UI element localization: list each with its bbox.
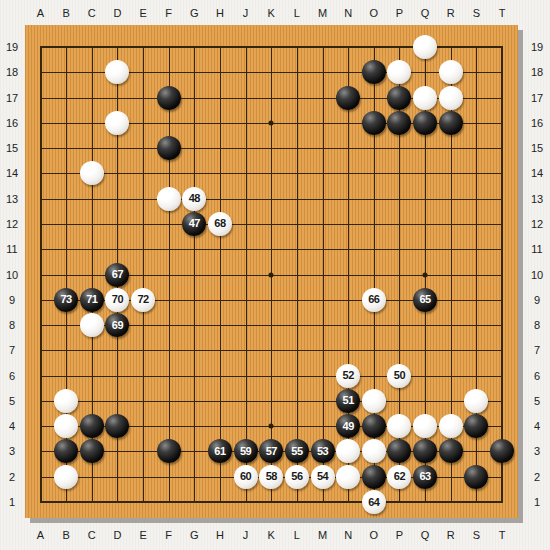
black-stone (464, 414, 488, 438)
move-number: 70 (112, 294, 123, 305)
white-stone (413, 35, 437, 59)
row-label-left: 18 (6, 67, 18, 78)
black-stone: 57 (259, 439, 283, 463)
row-label-left: 4 (9, 421, 15, 432)
move-number: 60 (240, 471, 251, 482)
row-label-left: 17 (6, 92, 18, 103)
white-stone (336, 465, 360, 489)
move-number: 61 (214, 446, 225, 457)
black-stone: 47 (182, 212, 206, 236)
go-board-surface[interactable]: 4847686773717072666569525051496159575553… (25, 25, 518, 518)
black-stone (362, 111, 386, 135)
column-label-bottom: J (243, 530, 249, 541)
white-stone: 54 (311, 465, 335, 489)
move-number: 66 (368, 294, 379, 305)
row-label-right: 17 (531, 92, 543, 103)
row-label-left: 13 (6, 193, 18, 204)
column-label-bottom: C (88, 530, 96, 541)
white-stone (362, 439, 386, 463)
black-stone (157, 439, 181, 463)
white-stone: 66 (362, 288, 386, 312)
black-stone (387, 111, 411, 135)
row-label-right: 18 (531, 67, 543, 78)
row-label-left: 1 (9, 497, 15, 508)
white-stone (336, 439, 360, 463)
black-stone (439, 111, 463, 135)
column-label-top: B (62, 8, 69, 19)
row-label-left: 2 (9, 471, 15, 482)
move-number: 71 (86, 294, 97, 305)
white-stone (439, 60, 463, 84)
white-stone (413, 414, 437, 438)
grid-line-horizontal (41, 148, 503, 149)
white-stone (387, 60, 411, 84)
move-number: 55 (291, 446, 302, 457)
white-stone (54, 389, 78, 413)
white-stone: 56 (285, 465, 309, 489)
row-label-right: 5 (534, 395, 540, 406)
column-label-top: H (216, 8, 224, 19)
move-number: 51 (343, 395, 354, 406)
column-label-bottom: S (473, 530, 480, 541)
row-label-right: 15 (531, 143, 543, 154)
black-stone: 71 (80, 288, 104, 312)
row-label-left: 14 (6, 168, 18, 179)
row-label-right: 12 (531, 218, 543, 229)
column-label-bottom: Q (421, 530, 430, 541)
column-label-top: P (396, 8, 403, 19)
row-label-right: 10 (531, 269, 543, 280)
white-stone: 50 (387, 364, 411, 388)
row-label-left: 15 (6, 143, 18, 154)
black-stone (80, 439, 104, 463)
move-number: 48 (189, 193, 200, 204)
column-label-bottom: A (37, 530, 44, 541)
black-stone (413, 111, 437, 135)
black-stone (464, 465, 488, 489)
grid-line-horizontal (41, 199, 503, 200)
move-number: 52 (343, 370, 354, 381)
column-label-top: M (318, 8, 327, 19)
white-stone: 72 (131, 288, 155, 312)
black-stone: 63 (413, 465, 437, 489)
move-number: 65 (419, 294, 430, 305)
white-stone (157, 187, 181, 211)
column-label-bottom: M (318, 530, 327, 541)
column-label-top: D (113, 8, 121, 19)
move-number: 57 (266, 446, 277, 457)
move-number: 62 (394, 471, 405, 482)
grid-line-horizontal (41, 173, 503, 174)
row-label-left: 12 (6, 218, 18, 229)
move-number: 72 (137, 294, 148, 305)
white-stone: 62 (387, 465, 411, 489)
white-stone (439, 414, 463, 438)
black-stone: 59 (234, 439, 258, 463)
column-label-top: F (165, 8, 172, 19)
row-label-left: 19 (6, 42, 18, 53)
move-number: 63 (419, 471, 430, 482)
row-label-left: 11 (6, 244, 17, 255)
white-stone: 70 (105, 288, 129, 312)
white-stone (362, 389, 386, 413)
column-label-top: C (88, 8, 96, 19)
column-label-top: A (37, 8, 44, 19)
row-label-left: 3 (9, 446, 15, 457)
column-label-top: N (344, 8, 352, 19)
column-label-top: G (190, 8, 199, 19)
column-label-bottom: B (62, 530, 69, 541)
black-stone: 49 (336, 414, 360, 438)
white-stone: 68 (208, 212, 232, 236)
white-stone (387, 414, 411, 438)
grid-line-horizontal (41, 376, 503, 377)
white-stone (464, 389, 488, 413)
grid-line-horizontal (41, 401, 503, 402)
white-stone: 64 (362, 490, 386, 514)
white-stone (54, 465, 78, 489)
white-stone: 60 (234, 465, 258, 489)
row-label-right: 19 (531, 42, 543, 53)
move-number: 49 (343, 421, 354, 432)
white-stone: 48 (182, 187, 206, 211)
move-number: 50 (394, 370, 405, 381)
black-stone (490, 439, 514, 463)
white-stone (54, 414, 78, 438)
grid-line-horizontal (41, 350, 503, 351)
column-label-bottom: N (344, 530, 352, 541)
move-number: 53 (317, 446, 328, 457)
move-number: 73 (61, 294, 72, 305)
star-point (269, 424, 274, 429)
black-stone (362, 465, 386, 489)
row-label-right: 16 (531, 117, 543, 128)
black-stone (387, 86, 411, 110)
black-stone (54, 439, 78, 463)
black-stone (362, 414, 386, 438)
column-label-top: E (139, 8, 146, 19)
column-label-top: T (499, 8, 506, 19)
row-label-left: 16 (6, 117, 18, 128)
move-number: 68 (214, 218, 225, 229)
column-label-top: L (294, 8, 300, 19)
row-label-left: 6 (9, 370, 15, 381)
row-label-right: 13 (531, 193, 543, 204)
column-label-bottom: D (113, 530, 121, 541)
row-label-right: 14 (531, 168, 543, 179)
black-stone: 65 (413, 288, 437, 312)
column-label-top: Q (421, 8, 430, 19)
column-label-top: O (370, 8, 379, 19)
black-stone (439, 439, 463, 463)
row-label-left: 5 (9, 395, 15, 406)
black-stone: 55 (285, 439, 309, 463)
grid-line-horizontal (41, 249, 503, 250)
row-label-right: 1 (534, 497, 540, 508)
column-label-top: J (243, 8, 249, 19)
move-number: 69 (112, 320, 123, 331)
column-label-bottom: O (370, 530, 379, 541)
black-stone (105, 414, 129, 438)
white-stone: 52 (336, 364, 360, 388)
move-number: 58 (266, 471, 277, 482)
column-label-top: S (473, 8, 480, 19)
column-label-bottom: H (216, 530, 224, 541)
column-label-bottom: E (139, 530, 146, 541)
go-diagram: 4847686773717072666569525051496159575553… (0, 0, 550, 550)
black-stone: 61 (208, 439, 232, 463)
column-label-bottom: F (165, 530, 172, 541)
move-number: 59 (240, 446, 251, 457)
row-label-left: 7 (9, 345, 15, 356)
row-label-left: 10 (6, 269, 18, 280)
black-stone: 69 (105, 313, 129, 337)
row-label-right: 9 (534, 294, 540, 305)
move-number: 47 (189, 218, 200, 229)
black-stone (362, 60, 386, 84)
grid-line-horizontal (41, 224, 503, 225)
column-label-top: K (268, 8, 275, 19)
white-stone: 58 (259, 465, 283, 489)
black-stone: 73 (54, 288, 78, 312)
column-label-bottom: T (499, 530, 506, 541)
move-number: 54 (317, 471, 328, 482)
black-stone (387, 439, 411, 463)
column-label-bottom: P (396, 530, 403, 541)
move-number: 67 (112, 269, 123, 280)
column-label-bottom: L (294, 530, 300, 541)
row-label-left: 8 (9, 320, 15, 331)
row-label-left: 9 (9, 294, 15, 305)
column-label-bottom: K (268, 530, 275, 541)
white-stone (80, 161, 104, 185)
column-label-bottom: R (447, 530, 455, 541)
black-stone: 67 (105, 263, 129, 287)
row-label-right: 3 (534, 446, 540, 457)
black-stone (80, 414, 104, 438)
move-number: 64 (368, 497, 379, 508)
row-label-right: 2 (534, 471, 540, 482)
row-label-right: 4 (534, 421, 540, 432)
white-stone (439, 86, 463, 110)
white-stone (105, 60, 129, 84)
white-stone (413, 86, 437, 110)
row-label-right: 8 (534, 320, 540, 331)
row-label-right: 11 (531, 244, 542, 255)
black-stone (413, 439, 437, 463)
black-stone (157, 136, 181, 160)
star-point (269, 272, 274, 277)
row-label-right: 7 (534, 345, 540, 356)
black-stone (336, 86, 360, 110)
white-stone (80, 313, 104, 337)
black-stone (157, 86, 181, 110)
star-point (269, 120, 274, 125)
white-stone (105, 111, 129, 135)
column-label-top: R (447, 8, 455, 19)
black-stone: 53 (311, 439, 335, 463)
black-stone: 51 (336, 389, 360, 413)
star-point (423, 272, 428, 277)
row-label-right: 6 (534, 370, 540, 381)
move-number: 56 (291, 471, 302, 482)
column-label-bottom: G (190, 530, 199, 541)
